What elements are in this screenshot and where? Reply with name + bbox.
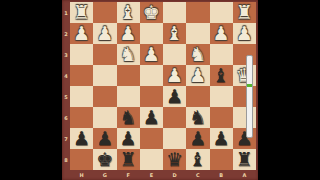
square-d8[interactable]: ♛	[163, 149, 186, 170]
white-pawn: ♟	[213, 23, 230, 44]
black-pawn: ♟	[96, 128, 113, 149]
black-knight: ♞	[120, 107, 137, 128]
square-d5[interactable]: ♟	[163, 86, 186, 107]
square-c4[interactable]: ♟	[186, 65, 209, 86]
square-b2[interactable]: ♟	[210, 23, 233, 44]
black-pawn: ♟	[120, 128, 137, 149]
square-b3[interactable]	[210, 44, 233, 65]
square-a8[interactable]: ♜	[233, 149, 256, 170]
square-h8[interactable]	[70, 149, 93, 170]
white-knight: ♞	[189, 44, 206, 65]
square-g4[interactable]	[93, 65, 116, 86]
square-b5[interactable]	[210, 86, 233, 107]
square-d7[interactable]	[163, 128, 186, 149]
file-label-c: C	[186, 170, 209, 180]
white-pawn: ♟	[143, 44, 160, 65]
chess-board: 12345678 ♜♝♚♜♟♟♟♝♟♟♞♟♞♟♟♝♛♟♞♟♞♟♟♟♟♟♟♚♜♛♝…	[62, 0, 258, 180]
black-king: ♚	[96, 149, 113, 170]
rank-labels: 12345678	[62, 2, 70, 170]
square-c3[interactable]: ♞	[186, 44, 209, 65]
file-label-b: B	[210, 170, 233, 180]
rank-label-6: 6	[62, 107, 70, 128]
square-f1[interactable]: ♝	[117, 2, 140, 23]
square-c1[interactable]	[186, 2, 209, 23]
rank-label-8: 8	[62, 149, 70, 170]
rank-label-2: 2	[62, 23, 70, 44]
file-label-f: F	[117, 170, 140, 180]
black-rook: ♜	[120, 149, 137, 170]
square-b1[interactable]	[210, 2, 233, 23]
black-pawn: ♟	[166, 86, 183, 107]
rank-label-5: 5	[62, 86, 70, 107]
file-label-g: G	[93, 170, 116, 180]
square-d4[interactable]: ♟	[163, 65, 186, 86]
black-bishop: ♝	[189, 149, 206, 170]
white-pawn: ♟	[236, 23, 253, 44]
square-f7[interactable]: ♟	[117, 128, 140, 149]
white-pawn: ♟	[189, 65, 206, 86]
rank-label-4: 4	[62, 65, 70, 86]
square-h1[interactable]: ♜	[70, 2, 93, 23]
square-e8[interactable]	[140, 149, 163, 170]
square-f4[interactable]	[117, 65, 140, 86]
square-e5[interactable]	[140, 86, 163, 107]
square-a2[interactable]: ♟	[233, 23, 256, 44]
square-h2[interactable]: ♟	[70, 23, 93, 44]
square-f3[interactable]: ♞	[117, 44, 140, 65]
square-c2[interactable]	[186, 23, 209, 44]
square-e6[interactable]: ♟	[140, 107, 163, 128]
eval-marker-icon	[247, 84, 252, 87]
square-g3[interactable]	[93, 44, 116, 65]
square-b4[interactable]: ♝	[210, 65, 233, 86]
file-label-a: A	[233, 170, 256, 180]
rank-label-3: 3	[62, 44, 70, 65]
square-g2[interactable]: ♟	[93, 23, 116, 44]
white-knight: ♞	[120, 44, 137, 65]
square-b7[interactable]: ♟	[210, 128, 233, 149]
square-c8[interactable]: ♝	[186, 149, 209, 170]
square-e2[interactable]	[140, 23, 163, 44]
black-queen: ♛	[166, 149, 183, 170]
square-g6[interactable]	[93, 107, 116, 128]
square-f5[interactable]	[117, 86, 140, 107]
white-bishop: ♝	[166, 23, 183, 44]
black-pawn: ♟	[73, 128, 90, 149]
square-h6[interactable]	[70, 107, 93, 128]
square-d6[interactable]	[163, 107, 186, 128]
scrollbar[interactable]	[246, 55, 253, 138]
square-f8[interactable]: ♜	[117, 149, 140, 170]
file-label-e: E	[140, 170, 163, 180]
square-h5[interactable]	[70, 86, 93, 107]
black-pawn: ♟	[213, 128, 230, 149]
white-king: ♚	[143, 2, 160, 23]
square-c7[interactable]: ♟	[186, 128, 209, 149]
square-d2[interactable]: ♝	[163, 23, 186, 44]
square-c5[interactable]	[186, 86, 209, 107]
square-b8[interactable]	[210, 149, 233, 170]
square-h4[interactable]	[70, 65, 93, 86]
square-g7[interactable]: ♟	[93, 128, 116, 149]
white-rook: ♜	[73, 2, 90, 23]
square-g5[interactable]	[93, 86, 116, 107]
black-pawn: ♟	[143, 107, 160, 128]
square-a1[interactable]: ♜	[233, 2, 256, 23]
white-rook: ♜	[236, 2, 253, 23]
file-label-h: H	[70, 170, 93, 180]
square-h3[interactable]	[70, 44, 93, 65]
black-rook: ♜	[236, 149, 253, 170]
board-squares: ♜♝♚♜♟♟♟♝♟♟♞♟♞♟♟♝♛♟♞♟♞♟♟♟♟♟♟♚♜♛♝♜	[70, 2, 256, 170]
square-e1[interactable]: ♚	[140, 2, 163, 23]
rank-label-1: 1	[62, 2, 70, 23]
square-c6[interactable]: ♞	[186, 107, 209, 128]
file-labels: HGFEDCBA	[70, 170, 256, 180]
file-label-d: D	[163, 170, 186, 180]
square-g8[interactable]: ♚	[93, 149, 116, 170]
square-f2[interactable]: ♟	[117, 23, 140, 44]
black-knight: ♞	[189, 107, 206, 128]
rank-label-7: 7	[62, 128, 70, 149]
square-e4[interactable]	[140, 65, 163, 86]
square-d3[interactable]	[163, 44, 186, 65]
square-h7[interactable]: ♟	[70, 128, 93, 149]
square-f6[interactable]: ♞	[117, 107, 140, 128]
white-pawn: ♟	[166, 65, 183, 86]
white-pawn: ♟	[120, 23, 137, 44]
white-pawn: ♟	[96, 23, 113, 44]
square-e3[interactable]: ♟	[140, 44, 163, 65]
white-bishop: ♝	[120, 2, 137, 23]
square-b6[interactable]	[210, 107, 233, 128]
square-g1[interactable]	[93, 2, 116, 23]
white-pawn: ♟	[73, 23, 90, 44]
video-frame: 12345678 ♜♝♚♜♟♟♟♝♟♟♞♟♞♟♟♝♛♟♞♟♞♟♟♟♟♟♟♚♜♛♝…	[0, 0, 320, 180]
square-d1[interactable]	[163, 2, 186, 23]
black-bishop: ♝	[213, 65, 230, 86]
square-e7[interactable]	[140, 128, 163, 149]
black-pawn: ♟	[189, 128, 206, 149]
